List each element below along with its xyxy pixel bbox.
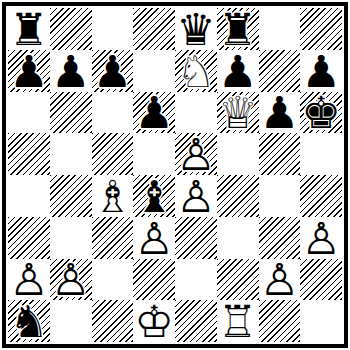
- piece-halo: ♟: [300, 218, 342, 260]
- black-pawn: ♟: [300, 51, 342, 93]
- piece-halo: ♟: [50, 260, 92, 302]
- square-e6[interactable]: [175, 92, 217, 134]
- square-f5[interactable]: [217, 133, 259, 175]
- square-f3[interactable]: [217, 217, 259, 259]
- piece-halo: ♜: [217, 9, 259, 51]
- square-a4[interactable]: [8, 175, 50, 217]
- square-e7[interactable]: ♞♘: [175, 50, 217, 92]
- piece-halo: ♝: [133, 176, 175, 218]
- piece-halo: ♟: [300, 51, 342, 93]
- square-b3[interactable]: [50, 217, 92, 259]
- square-b5[interactable]: [50, 133, 92, 175]
- square-h8[interactable]: [300, 8, 342, 50]
- piece-halo: ♟: [133, 93, 175, 135]
- white-pawn: ♙: [50, 260, 92, 302]
- square-h4[interactable]: [300, 175, 342, 217]
- white-pawn: ♙: [133, 218, 175, 260]
- piece-halo: ♚: [133, 301, 175, 343]
- square-g2[interactable]: ♟♙: [259, 259, 301, 301]
- piece-halo: ♟: [217, 51, 259, 93]
- white-pawn: ♙: [175, 134, 217, 176]
- square-h7[interactable]: ♟♟: [300, 50, 342, 92]
- square-c3[interactable]: [92, 217, 134, 259]
- piece-halo: ♟: [133, 218, 175, 260]
- piece-halo: ♜: [217, 301, 259, 343]
- square-a6[interactable]: [8, 92, 50, 134]
- piece-halo: ♟: [8, 260, 50, 302]
- black-pawn: ♟: [92, 51, 134, 93]
- square-d6[interactable]: ♟♟: [133, 92, 175, 134]
- piece-halo: ♟: [175, 134, 217, 176]
- black-pawn: ♟: [50, 51, 92, 93]
- square-e8[interactable]: ♛♛: [175, 8, 217, 50]
- chess-board: ♜♜♛♛♜♜♟♟♟♟♟♟♞♘♟♟♟♟♟♟♛♕♟♟♚♚♟♙♝♗♝♝♟♙♟♙♟♙♟♙…: [8, 8, 342, 342]
- black-rook: ♜: [8, 9, 50, 51]
- square-g6[interactable]: ♟♟: [259, 92, 301, 134]
- piece-halo: ♟: [175, 176, 217, 218]
- square-b4[interactable]: [50, 175, 92, 217]
- square-a7[interactable]: ♟♟: [8, 50, 50, 92]
- square-a8[interactable]: ♜♜: [8, 8, 50, 50]
- square-h5[interactable]: [300, 133, 342, 175]
- square-f7[interactable]: ♟♟: [217, 50, 259, 92]
- piece-halo: ♝: [92, 176, 134, 218]
- square-a5[interactable]: [8, 133, 50, 175]
- black-pawn: ♟: [133, 93, 175, 135]
- square-d4[interactable]: ♝♝: [133, 175, 175, 217]
- square-e5[interactable]: ♟♙: [175, 133, 217, 175]
- square-f4[interactable]: [217, 175, 259, 217]
- square-b7[interactable]: ♟♟: [50, 50, 92, 92]
- square-c1[interactable]: [92, 300, 134, 342]
- square-d3[interactable]: ♟♙: [133, 217, 175, 259]
- black-king: ♚: [300, 93, 342, 135]
- white-rook: ♖: [217, 301, 259, 343]
- square-g1[interactable]: [259, 300, 301, 342]
- piece-halo: ♟: [92, 51, 134, 93]
- black-bishop: ♝: [133, 176, 175, 218]
- square-g3[interactable]: [259, 217, 301, 259]
- square-h6[interactable]: ♚♚: [300, 92, 342, 134]
- square-h3[interactable]: ♟♙: [300, 217, 342, 259]
- square-e4[interactable]: ♟♙: [175, 175, 217, 217]
- white-bishop: ♗: [92, 176, 134, 218]
- square-h1[interactable]: [300, 300, 342, 342]
- piece-halo: ♟: [8, 51, 50, 93]
- square-g8[interactable]: [259, 8, 301, 50]
- square-b2[interactable]: ♟♙: [50, 259, 92, 301]
- square-g7[interactable]: [259, 50, 301, 92]
- square-b6[interactable]: [50, 92, 92, 134]
- square-d2[interactable]: [133, 259, 175, 301]
- square-a2[interactable]: ♟♙: [8, 259, 50, 301]
- square-a1[interactable]: ♞♞: [8, 300, 50, 342]
- piece-halo: ♛: [217, 93, 259, 135]
- square-c2[interactable]: [92, 259, 134, 301]
- piece-halo: ♞: [8, 301, 50, 343]
- square-g5[interactable]: [259, 133, 301, 175]
- square-f6[interactable]: ♛♕: [217, 92, 259, 134]
- white-pawn: ♙: [8, 260, 50, 302]
- piece-halo: ♛: [175, 9, 217, 51]
- piece-halo: ♜: [8, 9, 50, 51]
- square-e2[interactable]: [175, 259, 217, 301]
- square-f1[interactable]: ♜♖: [217, 300, 259, 342]
- square-g4[interactable]: [259, 175, 301, 217]
- white-pawn: ♙: [300, 218, 342, 260]
- piece-halo: ♟: [50, 51, 92, 93]
- black-pawn: ♟: [259, 93, 301, 135]
- square-a3[interactable]: [8, 217, 50, 259]
- white-pawn: ♙: [259, 260, 301, 302]
- square-c5[interactable]: [92, 133, 134, 175]
- piece-halo: ♟: [259, 260, 301, 302]
- square-c7[interactable]: ♟♟: [92, 50, 134, 92]
- chess-diagram: ♜♜♛♛♜♜♟♟♟♟♟♟♞♘♟♟♟♟♟♟♛♕♟♟♚♚♟♙♝♗♝♝♟♙♟♙♟♙♟♙…: [0, 0, 350, 350]
- square-f8[interactable]: ♜♜: [217, 8, 259, 50]
- black-queen: ♛: [175, 9, 217, 51]
- square-c4[interactable]: ♝♗: [92, 175, 134, 217]
- square-d5[interactable]: [133, 133, 175, 175]
- square-e3[interactable]: [175, 217, 217, 259]
- square-c8[interactable]: [92, 8, 134, 50]
- white-queen: ♕: [217, 93, 259, 135]
- square-b8[interactable]: [50, 8, 92, 50]
- square-d8[interactable]: [133, 8, 175, 50]
- piece-halo: ♟: [259, 93, 301, 135]
- white-king: ♔: [133, 301, 175, 343]
- square-c6[interactable]: [92, 92, 134, 134]
- square-d1[interactable]: ♚♔: [133, 300, 175, 342]
- piece-halo: ♞: [175, 51, 217, 93]
- black-pawn: ♟: [8, 51, 50, 93]
- square-b1[interactable]: [50, 300, 92, 342]
- black-pawn: ♟: [217, 51, 259, 93]
- white-knight: ♘: [175, 51, 217, 93]
- square-e1[interactable]: [175, 300, 217, 342]
- square-d7[interactable]: [133, 50, 175, 92]
- black-knight: ♞: [8, 301, 50, 343]
- black-rook: ♜: [217, 9, 259, 51]
- white-pawn: ♙: [175, 176, 217, 218]
- piece-halo: ♚: [300, 93, 342, 135]
- square-h2[interactable]: [300, 259, 342, 301]
- square-f2[interactable]: [217, 259, 259, 301]
